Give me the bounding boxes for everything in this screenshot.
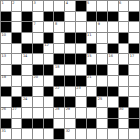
white-cell[interactable]: [129, 97, 139, 107]
black-cell: [12, 97, 22, 107]
white-cell[interactable]: 31: [1, 129, 11, 139]
white-cell[interactable]: [33, 33, 43, 43]
white-cell[interactable]: [33, 54, 43, 64]
black-cell: [12, 33, 22, 43]
white-cell[interactable]: 26: [1, 108, 11, 118]
white-cell[interactable]: 17: [129, 54, 139, 64]
white-cell[interactable]: [87, 87, 97, 97]
black-cell: [44, 33, 54, 43]
black-cell: [97, 87, 107, 97]
clue-number: 11: [87, 33, 91, 37]
black-cell: [65, 33, 75, 43]
black-cell: [1, 12, 11, 22]
white-cell[interactable]: [76, 22, 86, 32]
white-cell[interactable]: [33, 12, 43, 22]
black-cell: [87, 65, 97, 75]
clue-number: 7: [34, 22, 36, 26]
white-cell[interactable]: 13: [1, 54, 11, 64]
white-cell[interactable]: [108, 22, 118, 32]
black-cell: [76, 54, 86, 64]
clue-number: 22: [55, 86, 59, 90]
black-cell: [22, 22, 32, 32]
clue-number: 2: [12, 1, 14, 5]
white-cell[interactable]: [12, 22, 22, 32]
white-cell[interactable]: [129, 1, 139, 11]
black-cell: [33, 65, 43, 75]
black-cell: [22, 119, 32, 129]
white-cell[interactable]: [44, 129, 54, 139]
white-cell[interactable]: [22, 108, 32, 118]
black-cell: [129, 12, 139, 22]
white-cell[interactable]: 16: [108, 54, 118, 64]
white-cell[interactable]: [22, 76, 32, 86]
white-cell[interactable]: [65, 87, 75, 97]
white-cell[interactable]: [65, 22, 75, 32]
white-cell[interactable]: [44, 108, 54, 118]
black-cell: [129, 44, 139, 54]
clue-number: 19: [2, 75, 6, 79]
black-cell: [44, 87, 54, 97]
white-cell[interactable]: [1, 97, 11, 107]
white-cell[interactable]: [119, 54, 129, 64]
clue-number: 12: [44, 43, 48, 47]
white-cell[interactable]: 20: [33, 76, 43, 86]
black-cell: [87, 97, 97, 107]
white-cell[interactable]: [76, 44, 86, 54]
white-cell[interactable]: [65, 119, 75, 129]
white-cell[interactable]: [33, 129, 43, 139]
clue-number: 20: [34, 75, 38, 79]
white-cell[interactable]: [44, 22, 54, 32]
clue-number: 21: [87, 75, 91, 79]
white-cell[interactable]: [76, 97, 86, 107]
clue-number: 28: [55, 107, 59, 111]
black-cell: [65, 76, 75, 86]
white-cell[interactable]: [65, 44, 75, 54]
white-cell[interactable]: [97, 1, 107, 11]
crossword-board: 1234567891011121314151617181920212223242…: [0, 0, 140, 140]
white-cell[interactable]: [54, 44, 64, 54]
black-cell: [76, 33, 86, 43]
clue-number: 8: [55, 22, 57, 26]
black-cell: [33, 119, 43, 129]
white-cell[interactable]: [44, 1, 54, 11]
white-cell[interactable]: [108, 97, 118, 107]
white-cell[interactable]: [33, 87, 43, 97]
white-cell[interactable]: [65, 65, 75, 75]
white-cell[interactable]: 32: [65, 129, 75, 139]
black-cell: [54, 129, 64, 139]
white-cell[interactable]: 4: [65, 1, 75, 11]
black-cell: [119, 97, 129, 107]
black-cell: [12, 65, 22, 75]
black-cell: [119, 65, 129, 75]
black-cell: [108, 44, 118, 54]
white-cell[interactable]: [12, 54, 22, 64]
black-cell: [22, 12, 32, 22]
black-cell: [54, 97, 64, 107]
black-cell: [44, 65, 54, 75]
white-cell[interactable]: [65, 12, 75, 22]
black-cell: [22, 44, 32, 54]
black-cell: [76, 76, 86, 86]
black-cell: [76, 119, 86, 129]
white-cell[interactable]: [97, 33, 107, 43]
white-cell[interactable]: [54, 1, 64, 11]
clue-number: 32: [66, 129, 70, 133]
white-cell[interactable]: 27: [12, 108, 22, 118]
white-cell[interactable]: [76, 108, 86, 118]
black-cell: [1, 87, 11, 97]
black-cell: [44, 12, 54, 22]
clue-number: 18: [55, 65, 59, 69]
white-cell[interactable]: [108, 33, 118, 43]
black-cell: [87, 44, 97, 54]
white-cell[interactable]: [119, 119, 129, 129]
black-cell: [108, 87, 118, 97]
white-cell[interactable]: [76, 129, 86, 139]
white-cell[interactable]: 6: [119, 1, 129, 11]
white-cell[interactable]: [22, 33, 32, 43]
black-cell: [1, 119, 11, 129]
white-cell[interactable]: [97, 129, 107, 139]
white-cell[interactable]: [129, 33, 139, 43]
black-cell: [108, 108, 118, 118]
clue-number: 6: [119, 1, 121, 5]
white-cell[interactable]: [108, 129, 118, 139]
white-cell[interactable]: [12, 129, 22, 139]
white-cell[interactable]: 10: [1, 33, 11, 43]
clue-number: 9: [98, 22, 100, 26]
black-cell: [97, 65, 107, 75]
black-cell: [119, 33, 129, 43]
white-cell[interactable]: 9: [97, 22, 107, 32]
white-cell[interactable]: [44, 97, 54, 107]
white-cell[interactable]: [33, 97, 43, 107]
white-cell[interactable]: [33, 108, 43, 118]
clue-number: 30: [119, 107, 123, 111]
white-cell[interactable]: 18: [54, 65, 64, 75]
white-cell[interactable]: [87, 129, 97, 139]
white-cell[interactable]: [119, 22, 129, 32]
white-cell[interactable]: 30: [119, 108, 129, 118]
white-cell[interactable]: 14: [22, 54, 32, 64]
white-cell[interactable]: [129, 87, 139, 97]
white-cell[interactable]: [87, 108, 97, 118]
white-cell[interactable]: 3: [33, 1, 43, 11]
white-cell[interactable]: [119, 44, 129, 54]
white-cell[interactable]: [108, 65, 118, 75]
clue-number: 24: [23, 97, 27, 101]
black-cell: [129, 119, 139, 129]
white-cell[interactable]: 5: [87, 1, 97, 11]
white-cell[interactable]: [97, 108, 107, 118]
white-cell[interactable]: 29: [65, 108, 75, 118]
clue-number: 1: [2, 1, 4, 5]
white-cell[interactable]: [119, 76, 129, 86]
white-cell[interactable]: [22, 129, 32, 139]
clue-number: 5: [87, 1, 89, 5]
white-cell[interactable]: [119, 87, 129, 97]
white-cell[interactable]: [129, 129, 139, 139]
white-cell[interactable]: [44, 76, 54, 86]
black-cell: [1, 22, 11, 32]
black-cell: [87, 12, 97, 22]
clue-number: 15: [87, 54, 91, 58]
white-cell[interactable]: [108, 1, 118, 11]
white-cell[interactable]: [129, 76, 139, 86]
white-cell[interactable]: [119, 129, 129, 139]
clue-number: 16: [108, 54, 112, 58]
white-cell[interactable]: [97, 119, 107, 129]
white-cell[interactable]: 8: [54, 22, 64, 32]
white-cell[interactable]: 23: [76, 87, 86, 97]
white-cell[interactable]: 15: [87, 54, 97, 64]
white-cell[interactable]: [12, 12, 22, 22]
clue-number: 26: [2, 107, 6, 111]
white-cell[interactable]: 22: [54, 87, 64, 97]
white-cell[interactable]: [87, 22, 97, 32]
white-cell[interactable]: [97, 76, 107, 86]
clue-number: 13: [2, 54, 6, 58]
clue-number: 4: [66, 1, 68, 5]
white-cell[interactable]: [12, 76, 22, 86]
clue-number: 14: [23, 54, 27, 58]
white-cell[interactable]: 19: [1, 76, 11, 86]
black-cell: [108, 12, 118, 22]
white-cell[interactable]: [12, 44, 22, 54]
white-cell[interactable]: [108, 76, 118, 86]
white-cell[interactable]: [1, 44, 11, 54]
white-cell[interactable]: 28: [54, 108, 64, 118]
clue-number: 10: [2, 33, 6, 37]
black-cell: [129, 108, 139, 118]
clue-number: 3: [34, 1, 36, 5]
black-cell: [33, 44, 43, 54]
white-cell[interactable]: 21: [87, 76, 97, 86]
white-cell[interactable]: [22, 1, 32, 11]
clue-number: 23: [76, 86, 80, 90]
clue-number: 31: [2, 129, 6, 133]
white-cell[interactable]: [54, 119, 64, 129]
white-cell[interactable]: 11: [87, 33, 97, 43]
white-cell[interactable]: 25: [97, 97, 107, 107]
black-cell: [44, 119, 54, 129]
white-cell[interactable]: [97, 54, 107, 64]
black-cell: [65, 54, 75, 64]
black-cell: [54, 54, 64, 64]
white-cell[interactable]: [54, 33, 64, 43]
black-cell: [65, 97, 75, 107]
black-cell: [76, 1, 86, 11]
black-cell: [87, 119, 97, 129]
black-cell: [54, 12, 64, 22]
clue-number: 17: [130, 54, 134, 58]
clue-number: 29: [66, 107, 70, 111]
white-cell[interactable]: [12, 119, 22, 129]
clue-number: 27: [12, 107, 16, 111]
black-cell: [22, 87, 32, 97]
white-cell[interactable]: 7: [33, 22, 43, 32]
black-cell: [97, 12, 107, 22]
white-cell[interactable]: 24: [22, 97, 32, 107]
white-cell[interactable]: [76, 65, 86, 75]
white-cell[interactable]: [44, 54, 54, 64]
clue-number: 25: [98, 97, 102, 101]
black-cell: [108, 119, 118, 129]
white-cell[interactable]: 1: [1, 1, 11, 11]
white-cell[interactable]: [129, 22, 139, 32]
white-cell[interactable]: [119, 12, 129, 22]
white-cell[interactable]: 12: [44, 44, 54, 54]
white-cell[interactable]: [129, 65, 139, 75]
white-cell[interactable]: [22, 65, 32, 75]
white-cell[interactable]: 2: [12, 1, 22, 11]
white-cell[interactable]: [1, 65, 11, 75]
white-cell[interactable]: [76, 12, 86, 22]
white-cell[interactable]: [97, 44, 107, 54]
black-cell: [54, 76, 64, 86]
white-cell[interactable]: [12, 87, 22, 97]
